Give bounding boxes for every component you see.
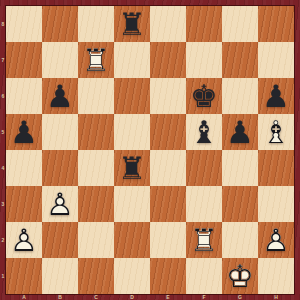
square-h1[interactable] <box>258 258 294 294</box>
white-pawn-outline-glyph: ♙ <box>258 222 294 258</box>
square-b7[interactable] <box>42 42 78 78</box>
file-label-d: D <box>114 293 150 300</box>
square-a1[interactable] <box>6 258 42 294</box>
square-h2[interactable]: ♟♙ <box>258 222 294 258</box>
file-label-f: F <box>186 293 222 300</box>
square-b4[interactable] <box>42 150 78 186</box>
square-e5[interactable] <box>150 114 186 150</box>
square-b3[interactable]: ♟♙ <box>42 186 78 222</box>
piece-black-king-f6[interactable]: ♚ <box>186 78 222 114</box>
square-g5[interactable]: ♟ <box>222 114 258 150</box>
chess-board-frame: 87654321 ♜♜♖♟♚♟♟♝♟♝♗♜♟♙♟♙♜♖♟♙♚♔ ABCDEFGH <box>0 0 300 300</box>
piece-black-pawn-b6[interactable]: ♟ <box>42 78 78 114</box>
square-e3[interactable] <box>150 186 186 222</box>
square-e7[interactable] <box>150 42 186 78</box>
square-d6[interactable] <box>114 78 150 114</box>
square-a7[interactable] <box>6 42 42 78</box>
square-a2[interactable]: ♟♙ <box>6 222 42 258</box>
square-f1[interactable] <box>186 258 222 294</box>
square-d7[interactable] <box>114 42 150 78</box>
square-e1[interactable] <box>150 258 186 294</box>
square-d3[interactable] <box>114 186 150 222</box>
square-f5[interactable]: ♝ <box>186 114 222 150</box>
file-label-g: G <box>222 293 258 300</box>
piece-black-pawn-g5[interactable]: ♟ <box>222 114 258 150</box>
piece-white-king-g1[interactable]: ♚♔ <box>222 258 258 294</box>
square-a4[interactable] <box>6 150 42 186</box>
white-rook-outline-glyph: ♖ <box>78 42 114 78</box>
square-g2[interactable] <box>222 222 258 258</box>
square-h6[interactable]: ♟ <box>258 78 294 114</box>
square-f2[interactable]: ♜♖ <box>186 222 222 258</box>
square-g1[interactable]: ♚♔ <box>222 258 258 294</box>
piece-white-pawn-h2[interactable]: ♟♙ <box>258 222 294 258</box>
square-h3[interactable] <box>258 186 294 222</box>
square-c8[interactable] <box>78 6 114 42</box>
file-label-c: C <box>78 293 114 300</box>
square-c1[interactable] <box>78 258 114 294</box>
square-c2[interactable] <box>78 222 114 258</box>
white-pawn-outline-glyph: ♙ <box>6 222 42 258</box>
white-rook-outline-glyph: ♖ <box>186 222 222 258</box>
square-d2[interactable] <box>114 222 150 258</box>
square-f4[interactable] <box>186 150 222 186</box>
piece-white-pawn-a2[interactable]: ♟♙ <box>6 222 42 258</box>
square-a3[interactable] <box>6 186 42 222</box>
square-f6[interactable]: ♚ <box>186 78 222 114</box>
square-d4[interactable]: ♜ <box>114 150 150 186</box>
square-g4[interactable] <box>222 150 258 186</box>
piece-black-pawn-h6[interactable]: ♟ <box>258 78 294 114</box>
white-pawn-outline-glyph: ♙ <box>42 186 78 222</box>
square-d8[interactable]: ♜ <box>114 6 150 42</box>
piece-white-rook-f2[interactable]: ♜♖ <box>186 222 222 258</box>
file-label-a: A <box>6 293 42 300</box>
square-b1[interactable] <box>42 258 78 294</box>
square-e2[interactable] <box>150 222 186 258</box>
square-g7[interactable] <box>222 42 258 78</box>
square-b2[interactable] <box>42 222 78 258</box>
white-king-outline-glyph: ♔ <box>222 258 258 294</box>
square-g8[interactable] <box>222 6 258 42</box>
chess-board: ♜♜♖♟♚♟♟♝♟♝♗♜♟♙♟♙♜♖♟♙♚♔ <box>6 6 294 294</box>
piece-black-pawn-a5[interactable]: ♟ <box>6 114 42 150</box>
square-f7[interactable] <box>186 42 222 78</box>
square-e4[interactable] <box>150 150 186 186</box>
white-bishop-outline-glyph: ♗ <box>258 114 294 150</box>
square-c4[interactable] <box>78 150 114 186</box>
square-a5[interactable]: ♟ <box>6 114 42 150</box>
square-g3[interactable] <box>222 186 258 222</box>
square-f8[interactable] <box>186 6 222 42</box>
piece-black-rook-d8[interactable]: ♜ <box>114 6 150 42</box>
square-h5[interactable]: ♝♗ <box>258 114 294 150</box>
square-b6[interactable]: ♟ <box>42 78 78 114</box>
square-d5[interactable] <box>114 114 150 150</box>
square-c5[interactable] <box>78 114 114 150</box>
square-e6[interactable] <box>150 78 186 114</box>
file-labels: ABCDEFGH <box>6 293 294 300</box>
piece-white-pawn-b3[interactable]: ♟♙ <box>42 186 78 222</box>
square-f3[interactable] <box>186 186 222 222</box>
file-label-b: B <box>42 293 78 300</box>
square-c3[interactable] <box>78 186 114 222</box>
file-label-e: E <box>150 293 186 300</box>
piece-white-rook-c7[interactable]: ♜♖ <box>78 42 114 78</box>
piece-black-bishop-f5[interactable]: ♝ <box>186 114 222 150</box>
square-d1[interactable] <box>114 258 150 294</box>
file-label-h: H <box>258 293 294 300</box>
square-b5[interactable] <box>42 114 78 150</box>
square-h8[interactable] <box>258 6 294 42</box>
square-g6[interactable] <box>222 78 258 114</box>
square-h4[interactable] <box>258 150 294 186</box>
piece-black-rook-d4[interactable]: ♜ <box>114 150 150 186</box>
square-h7[interactable] <box>258 42 294 78</box>
square-c7[interactable]: ♜♖ <box>78 42 114 78</box>
square-c6[interactable] <box>78 78 114 114</box>
piece-white-bishop-h5[interactable]: ♝♗ <box>258 114 294 150</box>
square-e8[interactable] <box>150 6 186 42</box>
square-b8[interactable] <box>42 6 78 42</box>
square-a8[interactable] <box>6 6 42 42</box>
square-a6[interactable] <box>6 78 42 114</box>
